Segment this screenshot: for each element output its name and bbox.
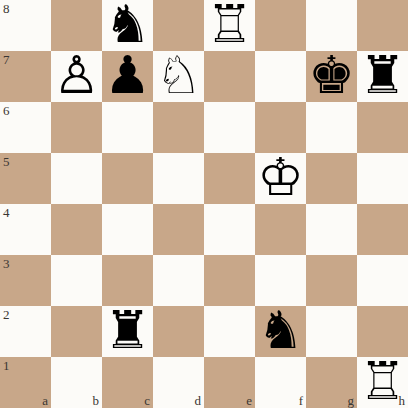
piece-white-rook-h1[interactable]: ♖ xyxy=(359,356,406,407)
square-g8[interactable] xyxy=(306,0,357,51)
piece-black-pawn-c7[interactable]: ♟ xyxy=(104,50,151,101)
square-d8[interactable] xyxy=(153,0,204,51)
square-g7[interactable]: ♚ xyxy=(306,51,357,102)
piece-black-knight-f2[interactable]: ♞ xyxy=(257,305,304,356)
square-e6[interactable] xyxy=(204,102,255,153)
square-e1[interactable]: e xyxy=(204,357,255,408)
rank-label-5: 5 xyxy=(3,155,10,168)
square-b5[interactable] xyxy=(51,153,102,204)
square-c8[interactable]: ♞ xyxy=(102,0,153,51)
rank-label-3: 3 xyxy=(3,257,10,270)
square-g2[interactable] xyxy=(306,306,357,357)
square-e4[interactable] xyxy=(204,204,255,255)
piece-white-pawn-b7[interactable]: ♙ xyxy=(53,50,100,101)
file-label-g: g xyxy=(348,394,355,407)
chess-board-container: 8♞♖7♙♟♘♚♜65♔432♜♞1abcdefgh♖ xyxy=(0,0,408,408)
square-d1[interactable]: d xyxy=(153,357,204,408)
square-c1[interactable]: c xyxy=(102,357,153,408)
square-e7[interactable] xyxy=(204,51,255,102)
square-a1[interactable]: 1a xyxy=(0,357,51,408)
square-h8[interactable] xyxy=(357,0,408,51)
square-h2[interactable] xyxy=(357,306,408,357)
rank-label-2: 2 xyxy=(3,308,10,321)
square-a2[interactable]: 2 xyxy=(0,306,51,357)
file-label-a: a xyxy=(42,394,48,407)
piece-black-rook-h7[interactable]: ♜ xyxy=(359,50,406,101)
file-label-h: h xyxy=(399,394,406,407)
square-a6[interactable]: 6 xyxy=(0,102,51,153)
rank-label-8: 8 xyxy=(3,2,10,15)
square-h4[interactable] xyxy=(357,204,408,255)
square-a8[interactable]: 8 xyxy=(0,0,51,51)
square-e8[interactable]: ♖ xyxy=(204,0,255,51)
square-d7[interactable]: ♘ xyxy=(153,51,204,102)
square-a3[interactable]: 3 xyxy=(0,255,51,306)
rank-label-6: 6 xyxy=(3,104,10,117)
square-h1[interactable]: h♖ xyxy=(357,357,408,408)
square-f6[interactable] xyxy=(255,102,306,153)
file-label-c: c xyxy=(144,394,150,407)
piece-white-rook-e8[interactable]: ♖ xyxy=(206,0,253,50)
piece-black-rook-c2[interactable]: ♜ xyxy=(104,305,151,356)
square-b7[interactable]: ♙ xyxy=(51,51,102,102)
square-d6[interactable] xyxy=(153,102,204,153)
square-f7[interactable] xyxy=(255,51,306,102)
square-c7[interactable]: ♟ xyxy=(102,51,153,102)
piece-black-king-g7[interactable]: ♚ xyxy=(308,50,355,101)
square-f2[interactable]: ♞ xyxy=(255,306,306,357)
square-a7[interactable]: 7 xyxy=(0,51,51,102)
piece-white-king-f5[interactable]: ♔ xyxy=(257,152,304,203)
square-g1[interactable]: g xyxy=(306,357,357,408)
rank-label-4: 4 xyxy=(3,206,10,219)
square-a4[interactable]: 4 xyxy=(0,204,51,255)
square-b3[interactable] xyxy=(51,255,102,306)
square-b2[interactable] xyxy=(51,306,102,357)
file-label-e: e xyxy=(246,394,252,407)
square-h7[interactable]: ♜ xyxy=(357,51,408,102)
rank-label-1: 1 xyxy=(3,359,10,372)
square-h5[interactable] xyxy=(357,153,408,204)
square-d5[interactable] xyxy=(153,153,204,204)
piece-black-knight-c8[interactable]: ♞ xyxy=(104,0,151,50)
file-label-d: d xyxy=(195,394,202,407)
square-a5[interactable]: 5 xyxy=(0,153,51,204)
square-g6[interactable] xyxy=(306,102,357,153)
square-b1[interactable]: b xyxy=(51,357,102,408)
square-f5[interactable]: ♔ xyxy=(255,153,306,204)
square-e3[interactable] xyxy=(204,255,255,306)
square-d3[interactable] xyxy=(153,255,204,306)
square-h3[interactable] xyxy=(357,255,408,306)
square-g5[interactable] xyxy=(306,153,357,204)
square-g3[interactable] xyxy=(306,255,357,306)
rank-label-7: 7 xyxy=(3,53,10,66)
square-f1[interactable]: f xyxy=(255,357,306,408)
square-b8[interactable] xyxy=(51,0,102,51)
square-f8[interactable] xyxy=(255,0,306,51)
square-c3[interactable] xyxy=(102,255,153,306)
square-g4[interactable] xyxy=(306,204,357,255)
square-e2[interactable] xyxy=(204,306,255,357)
square-c4[interactable] xyxy=(102,204,153,255)
square-f3[interactable] xyxy=(255,255,306,306)
square-c2[interactable]: ♜ xyxy=(102,306,153,357)
square-e5[interactable] xyxy=(204,153,255,204)
square-f4[interactable] xyxy=(255,204,306,255)
square-c5[interactable] xyxy=(102,153,153,204)
piece-white-knight-d7[interactable]: ♘ xyxy=(155,50,202,101)
square-d2[interactable] xyxy=(153,306,204,357)
chess-board: 8♞♖7♙♟♘♚♜65♔432♜♞1abcdefgh♖ xyxy=(0,0,408,408)
square-c6[interactable] xyxy=(102,102,153,153)
square-d4[interactable] xyxy=(153,204,204,255)
file-label-f: f xyxy=(299,394,303,407)
file-label-b: b xyxy=(93,394,100,407)
square-h6[interactable] xyxy=(357,102,408,153)
square-b6[interactable] xyxy=(51,102,102,153)
square-b4[interactable] xyxy=(51,204,102,255)
